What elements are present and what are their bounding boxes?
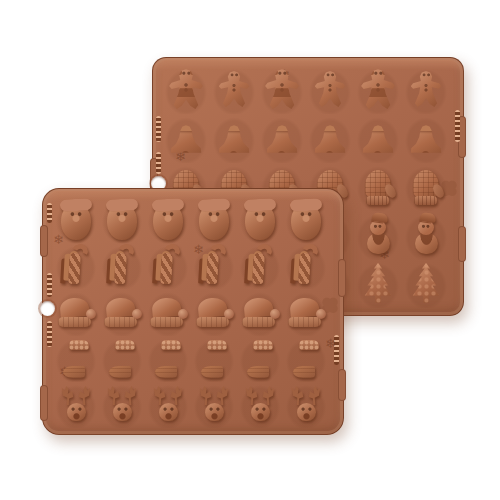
christmas-tree-mold-icon [409,262,443,306]
reindeer-face [67,403,86,421]
edge-tab [458,226,466,262]
mold-cavity [306,66,354,114]
reindeer-mold-icon [104,386,140,424]
santa-hat-pom [224,309,234,319]
mold-cavity [237,336,283,382]
mold-cavity [402,66,450,114]
reindeer-face [159,403,178,421]
mold-cavity [283,197,329,243]
bead-edge-texture [156,116,161,142]
mold-cavity [402,163,450,211]
santa-face-mold-icon [107,204,137,240]
mold-cavity [402,211,450,259]
stocking-toe [155,366,177,378]
stocking-toe [201,366,223,378]
mold-cavity [191,382,237,428]
bell-mold-icon [166,118,206,160]
bell-mold-icon [406,118,446,160]
santa-hat-pom [178,309,188,319]
santa-hat-mold-icon [242,297,278,327]
mold-cavity [237,197,283,243]
snowman-mold-icon [415,233,438,254]
mold-cavity [354,114,402,162]
mold-cavity [145,289,191,335]
mold-cavity [99,336,145,382]
bell-mold-icon [262,118,302,160]
mold-cavity [191,289,237,335]
bead-edge-texture [47,203,52,223]
mold-cavity [237,289,283,335]
bead-edge-texture [334,335,339,365]
candy-cane-mold-icon [61,244,91,288]
mold-cavity [53,197,99,243]
mold-cavity [145,243,191,289]
mold-cavity [306,114,354,162]
santa-face-mold-icon [153,204,183,240]
bead-edge-texture [156,152,161,174]
stocking-mold-icon [153,339,183,379]
mold-cavity [354,211,402,259]
mold-cavity [237,243,283,289]
stocking-mold-icon [245,339,275,379]
candy-cane-mold-icon [291,244,321,288]
mold-cavity [283,243,329,289]
mold-cavity [145,336,191,382]
reindeer-mold-icon [242,386,278,424]
bead-edge-texture [455,110,460,142]
reindeer-mold-icon [58,386,94,424]
mold-cavity [99,382,145,428]
edge-tab [40,225,48,257]
santa-face-mold-icon [245,204,275,240]
reindeer-face [205,403,224,421]
bell-mold-icon [214,118,254,160]
bell-mold-icon [310,118,350,160]
mold-cavity [53,243,99,289]
gingerbread-girl-mold-icon [168,69,204,111]
candy-cane-mold-icon [107,244,137,288]
mold-cavity [53,382,99,428]
mold-cavity [99,197,145,243]
mold-cavity [283,289,329,335]
mold-cavity [162,114,210,162]
mold-cavity [354,163,402,211]
mold-cavity [99,289,145,335]
santa-hat-mold-icon [288,297,324,327]
santa-hat-mold-icon [58,297,94,327]
mold-cavity [145,382,191,428]
candy-cane-mold-icon [153,244,183,288]
stocking-mold-icon [61,339,91,379]
mold-cavity [258,114,306,162]
gingerbread-girl-mold-icon [264,69,300,111]
santa-hat-pom [270,309,280,319]
santa-hat-mold-icon [104,297,140,327]
stocking-toe [293,366,315,378]
stocking-toe [63,366,85,378]
edge-tab [40,385,48,421]
mold-cavity [283,382,329,428]
bead-edge-texture [47,273,52,297]
mitten-mold-icon [413,170,439,198]
snowman-mold-icon [367,233,390,254]
mold-cavity [237,382,283,428]
santa-hat-pom [86,309,96,319]
mold-cavity [99,243,145,289]
edge-tab [338,259,346,297]
reindeer-face [251,403,270,421]
bead-edge-texture [47,321,52,347]
gingerbread-boy-mold-icon [218,71,250,109]
mold-cavity [402,114,450,162]
santa-hat-pom [132,309,142,319]
candy-cane-mold-icon [199,244,229,288]
santa-face-mold-icon [61,204,91,240]
reindeer-face [113,403,132,421]
mold-cavity [283,336,329,382]
product-photo-canvas: ❄ ❄ ❄ ❄ ❄ ❄ ❄ ❄ ❄ [0,0,500,500]
mold-tray-front: ❄ ❄ ❄ ❄ ❄ [42,188,344,435]
santa-face-mold-icon [291,204,321,240]
reindeer-face [297,403,316,421]
mold-cavity [191,336,237,382]
santa-hat-mold-icon [150,297,186,327]
santa-hat-mold-icon [196,297,232,327]
mold-cavity [402,260,450,308]
bell-mold-icon [358,118,398,160]
stocking-toe [247,366,269,378]
mold-cavity [145,197,191,243]
mold-cavity [210,66,258,114]
gingerbread-boy-mold-icon [410,71,442,109]
christmas-tree-mold-icon [361,262,395,306]
mold-cavity [191,197,237,243]
mold-cavity [354,66,402,114]
stocking-mold-icon [107,339,137,379]
mold-cavity [191,243,237,289]
reindeer-mold-icon [150,386,186,424]
mold-cavity [354,260,402,308]
mitten-mold-icon [365,170,391,198]
mold-cavity [53,336,99,382]
mold-cavity [258,66,306,114]
gingerbread-girl-mold-icon [360,69,396,111]
santa-face-mold-icon [199,204,229,240]
stocking-mold-icon [199,339,229,379]
tray-front-grid [53,197,329,428]
candy-cane-mold-icon [245,244,275,288]
gingerbread-boy-mold-icon [314,71,346,109]
mold-cavity [162,66,210,114]
reindeer-mold-icon [196,386,232,424]
stocking-mold-icon [291,339,321,379]
reindeer-mold-icon [288,386,324,424]
edge-tab [338,369,346,401]
santa-hat-pom [316,309,326,319]
mold-cavity [210,114,258,162]
mold-cavity [53,289,99,335]
stocking-toe [109,366,131,378]
